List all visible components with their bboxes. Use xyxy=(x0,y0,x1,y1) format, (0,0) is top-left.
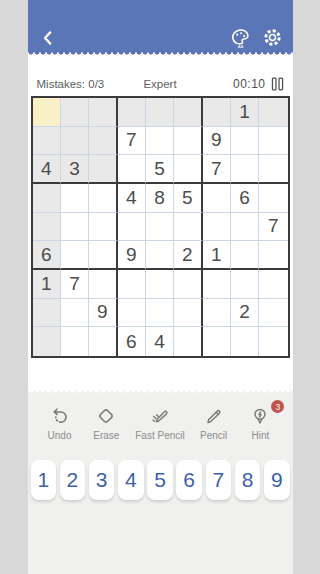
cell-r6c1[interactable]: 6 xyxy=(33,241,61,270)
cell-r8c9[interactable] xyxy=(259,299,287,328)
cell-r8c3[interactable]: 9 xyxy=(89,299,117,328)
cell-r4c7[interactable] xyxy=(203,184,231,213)
cell-r1c6[interactable] xyxy=(174,98,202,127)
undo-label: Undo xyxy=(48,430,72,441)
numkey-7[interactable]: 7 xyxy=(206,460,232,500)
toolbar: Undo Erase xyxy=(28,396,293,441)
header-actions: AA xyxy=(229,27,285,51)
sudoku-app: AA Mistakes: 0/3 Expert 00 xyxy=(28,0,293,574)
cell-r4c4[interactable]: 4 xyxy=(118,184,146,213)
status-bar: Mistakes: 0/3 Expert 00:10 xyxy=(28,74,293,94)
cell-r6c9[interactable] xyxy=(259,241,287,270)
cell-r5c4[interactable] xyxy=(118,213,146,242)
cell-r1c3[interactable] xyxy=(89,98,117,127)
cell-r9c7[interactable] xyxy=(203,327,231,356)
hint-button[interactable]: 3 Hint xyxy=(242,404,278,441)
cell-r8c7[interactable] xyxy=(203,299,231,328)
cell-r5c7[interactable] xyxy=(203,213,231,242)
cell-r3c9[interactable] xyxy=(259,155,287,184)
cell-r6c8[interactable] xyxy=(231,241,259,270)
cell-r9c1[interactable] xyxy=(33,327,61,356)
eraser-icon xyxy=(95,404,118,427)
numkey-6[interactable]: 6 xyxy=(176,460,202,500)
numkey-2[interactable]: 2 xyxy=(60,460,86,500)
cell-r9c6[interactable] xyxy=(174,327,202,356)
cell-r8c1[interactable] xyxy=(33,299,61,328)
cell-r2c7[interactable]: 9 xyxy=(203,127,231,156)
settings-button[interactable] xyxy=(261,27,285,51)
cell-r5c6[interactable] xyxy=(174,213,202,242)
cell-r8c8[interactable]: 2 xyxy=(231,299,259,328)
numkey-8[interactable]: 8 xyxy=(235,460,261,500)
cell-r6c4[interactable]: 9 xyxy=(118,241,146,270)
cell-r4c3[interactable] xyxy=(89,184,117,213)
header-perforated-edge xyxy=(28,52,293,58)
fast-pencil-button[interactable]: Fast Pencil xyxy=(135,404,184,441)
cell-r3c5[interactable]: 5 xyxy=(146,155,174,184)
control-panel: Undo Erase xyxy=(28,390,293,574)
cell-r3c4[interactable] xyxy=(118,155,146,184)
cell-r3c3[interactable] xyxy=(89,155,117,184)
cell-r3c1[interactable]: 4 xyxy=(33,155,61,184)
cell-r9c4[interactable]: 6 xyxy=(118,327,146,356)
cell-r2c5[interactable] xyxy=(146,127,174,156)
cell-r3c2[interactable]: 3 xyxy=(61,155,89,184)
cell-r6c6[interactable]: 2 xyxy=(174,241,202,270)
cell-r2c4[interactable]: 7 xyxy=(118,127,146,156)
numkey-9[interactable]: 9 xyxy=(264,460,290,500)
cell-r6c5[interactable] xyxy=(146,241,174,270)
cell-r7c4[interactable] xyxy=(118,270,146,299)
cell-r7c5[interactable] xyxy=(146,270,174,299)
cell-r1c1[interactable] xyxy=(33,98,61,127)
cell-r7c1[interactable]: 1 xyxy=(33,270,61,299)
cell-r5c5[interactable] xyxy=(146,213,174,242)
pencil-label: Pencil xyxy=(200,430,227,441)
cell-r3c7[interactable]: 7 xyxy=(203,155,231,184)
cell-r4c8[interactable]: 6 xyxy=(231,184,259,213)
cell-r1c9[interactable] xyxy=(259,98,287,127)
undo-icon xyxy=(48,404,71,427)
cell-r8c5[interactable] xyxy=(146,299,174,328)
svg-text:AA: AA xyxy=(238,43,244,48)
cell-r1c5[interactable] xyxy=(146,98,174,127)
cell-r2c3[interactable] xyxy=(89,127,117,156)
sudoku-board: 1794357485676921179264 xyxy=(31,96,290,358)
timer: 00:10 xyxy=(233,77,266,91)
cell-r2c6[interactable] xyxy=(174,127,202,156)
theme-palette-icon: AA xyxy=(229,26,252,53)
cell-r2c1[interactable] xyxy=(33,127,61,156)
fast-pencil-icon xyxy=(148,404,171,427)
cell-r7c8[interactable] xyxy=(231,270,259,299)
settings-gear-icon xyxy=(261,26,284,53)
erase-label: Erase xyxy=(93,430,119,441)
cell-r6c2[interactable] xyxy=(61,241,89,270)
cell-r5c2[interactable] xyxy=(61,213,89,242)
erase-button[interactable]: Erase xyxy=(88,404,124,441)
cell-r5c8[interactable] xyxy=(231,213,259,242)
cell-r9c2[interactable] xyxy=(61,327,89,356)
number-pad: 123456789 xyxy=(28,460,293,500)
cell-r9c3[interactable] xyxy=(89,327,117,356)
cell-r5c1[interactable] xyxy=(33,213,61,242)
cell-r8c6[interactable] xyxy=(174,299,202,328)
cell-r1c4[interactable] xyxy=(118,98,146,127)
back-button[interactable] xyxy=(34,28,62,52)
cell-r4c6[interactable]: 5 xyxy=(174,184,202,213)
theme-button[interactable]: AA xyxy=(229,27,253,51)
pencil-icon xyxy=(202,404,225,427)
cell-r4c9[interactable] xyxy=(259,184,287,213)
header-bar: AA xyxy=(28,0,293,52)
cell-r7c9[interactable] xyxy=(259,270,287,299)
cell-r3c8[interactable] xyxy=(231,155,259,184)
cell-r6c7[interactable]: 1 xyxy=(203,241,231,270)
cell-r1c8[interactable]: 1 xyxy=(231,98,259,127)
cell-r8c2[interactable] xyxy=(61,299,89,328)
numkey-3[interactable]: 3 xyxy=(89,460,115,500)
numkey-4[interactable]: 4 xyxy=(118,460,144,500)
cell-r2c8[interactable] xyxy=(231,127,259,156)
cell-r7c2[interactable]: 7 xyxy=(61,270,89,299)
cell-r6c3[interactable] xyxy=(89,241,117,270)
hint-label: Hint xyxy=(252,430,270,441)
cell-r7c7[interactable] xyxy=(203,270,231,299)
fast-pencil-label: Fast Pencil xyxy=(135,430,184,441)
cell-r7c6[interactable] xyxy=(174,270,202,299)
undo-button[interactable]: Undo xyxy=(42,404,78,441)
cell-r4c1[interactable] xyxy=(33,184,61,213)
cell-r5c9[interactable]: 7 xyxy=(259,213,287,242)
numkey-1[interactable]: 1 xyxy=(31,460,57,500)
pause-button[interactable] xyxy=(271,77,284,91)
cell-r1c7[interactable] xyxy=(203,98,231,127)
cell-r3c6[interactable] xyxy=(174,155,202,184)
cell-r2c9[interactable] xyxy=(259,127,287,156)
cell-r2c2[interactable] xyxy=(61,127,89,156)
back-icon xyxy=(39,29,57,51)
cell-r9c9[interactable] xyxy=(259,327,287,356)
pencil-button[interactable]: Pencil xyxy=(196,404,232,441)
cell-r8c4[interactable] xyxy=(118,299,146,328)
hint-pin-icon xyxy=(249,404,272,427)
board-margin xyxy=(28,358,293,390)
cell-r4c2[interactable] xyxy=(61,184,89,213)
cell-r4c5[interactable]: 8 xyxy=(146,184,174,213)
hint-count-badge: 3 xyxy=(271,400,284,413)
numkey-5[interactable]: 5 xyxy=(147,460,173,500)
cell-r9c8[interactable] xyxy=(231,327,259,356)
cell-r1c2[interactable] xyxy=(61,98,89,127)
cell-r7c3[interactable] xyxy=(89,270,117,299)
cell-r9c5[interactable]: 4 xyxy=(146,327,174,356)
cell-r5c3[interactable] xyxy=(89,213,117,242)
